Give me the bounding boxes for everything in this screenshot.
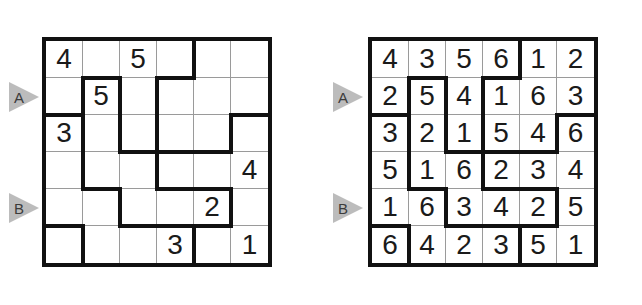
region-border	[44, 113, 85, 117]
solution-cell-r5c3: 3	[446, 189, 483, 226]
region-border	[481, 76, 485, 117]
solution-cell-r3c1: 3	[372, 115, 409, 152]
region-border	[444, 76, 448, 117]
region-border	[481, 150, 522, 154]
puzzle-cell-r2c4[interactable]	[157, 78, 194, 115]
row-marker-a-label: A	[333, 82, 353, 112]
puzzle-cell-r1c3: 5	[120, 41, 157, 78]
solution-cell-r4c3: 6	[446, 152, 483, 189]
row-marker-a-label: A	[9, 82, 29, 112]
region-border	[555, 113, 559, 154]
puzzle-cell-r1c1: 4	[46, 41, 83, 78]
region-border	[370, 224, 411, 228]
region-border	[407, 76, 448, 80]
region-border	[81, 150, 85, 191]
region-border	[444, 187, 448, 228]
solution-cell-r4c5: 3	[520, 152, 557, 189]
region-border	[192, 39, 196, 80]
puzzle-grid: 45534231	[42, 37, 272, 267]
solution-cell-r5c4: 4	[483, 189, 520, 226]
region-border	[192, 187, 233, 191]
solution-cell-r3c4: 5	[483, 115, 520, 152]
puzzle-cell-r1c2[interactable]	[83, 41, 120, 78]
region-border	[555, 113, 596, 117]
region-border	[118, 113, 122, 154]
solution-cell-r5c1: 1	[372, 189, 409, 226]
puzzle-cell-r3c3[interactable]	[120, 115, 157, 152]
puzzle-diagram: { "game": "jigsaw-sudoku-6x6-deficit-and…	[0, 0, 642, 305]
puzzle-cell-r6c5[interactable]	[194, 226, 231, 263]
region-border	[155, 150, 196, 154]
region-border	[407, 150, 411, 191]
solution-cell-r4c6: 4	[557, 152, 594, 189]
region-border	[155, 187, 196, 191]
row-marker-b-label: B	[9, 193, 29, 223]
region-border	[192, 224, 233, 228]
region-border	[192, 150, 233, 154]
solution-cell-r5c5: 2	[520, 189, 557, 226]
solution-grid: 435612254163321546516234163425642351	[368, 37, 598, 267]
solution-cell-r2c3: 4	[446, 78, 483, 115]
solution-cell-r3c3: 1	[446, 115, 483, 152]
puzzle-cell-r5c2[interactable]	[83, 189, 120, 226]
solution-cell-r6c3: 2	[446, 226, 483, 263]
puzzle-cell-r5c5: 2	[194, 189, 231, 226]
solution-cell-r3c6: 6	[557, 115, 594, 152]
solution-cell-r5c6: 5	[557, 189, 594, 226]
puzzle-cell-r3c4[interactable]	[157, 115, 194, 152]
puzzle-cell-r3c2[interactable]	[83, 115, 120, 152]
region-border	[155, 224, 196, 228]
puzzle-cell-r3c1: 3	[46, 115, 83, 152]
puzzle-cell-r6c1[interactable]	[46, 226, 83, 263]
puzzle-cell-r4c4[interactable]	[157, 152, 194, 189]
puzzle-cell-r5c6[interactable]	[231, 189, 268, 226]
solution-cell-r2c2: 5	[409, 78, 446, 115]
puzzle-cell-r3c5[interactable]	[194, 115, 231, 152]
region-border	[444, 150, 485, 154]
region-border	[118, 76, 122, 117]
solution-cell-r6c1: 6	[372, 226, 409, 263]
region-border	[118, 150, 159, 154]
region-border	[407, 187, 448, 191]
region-border	[481, 224, 522, 228]
region-border	[229, 113, 270, 117]
region-border	[155, 76, 159, 117]
region-border	[370, 113, 411, 117]
solution-cell-r1c5: 1	[520, 41, 557, 78]
region-border	[155, 113, 159, 154]
solution-cell-r3c5: 4	[520, 115, 557, 152]
solution-cell-r4c1: 5	[372, 152, 409, 189]
row-marker-b-right: B	[333, 193, 373, 223]
region-border	[81, 76, 122, 80]
puzzle-cell-r1c6[interactable]	[231, 41, 268, 78]
region-border	[81, 113, 85, 154]
puzzle-cell-r3c6[interactable]	[231, 115, 268, 152]
region-border	[407, 224, 411, 265]
region-border	[518, 150, 559, 154]
solution-cell-r6c2: 4	[409, 226, 446, 263]
puzzle-cell-r6c6: 1	[231, 226, 268, 263]
puzzle-cell-r5c4[interactable]	[157, 189, 194, 226]
region-border	[229, 187, 233, 228]
region-border	[229, 113, 233, 154]
region-border	[81, 224, 85, 265]
puzzle-cell-r2c3[interactable]	[120, 78, 157, 115]
puzzle-cell-r4c5[interactable]	[194, 152, 231, 189]
puzzle-cell-r6c3[interactable]	[120, 226, 157, 263]
region-border	[81, 76, 85, 117]
region-border	[118, 187, 122, 228]
region-border	[155, 76, 196, 80]
puzzle-cell-r2c5[interactable]	[194, 78, 231, 115]
solution-cell-r1c6: 2	[557, 41, 594, 78]
region-border	[481, 187, 522, 191]
region-border	[192, 224, 196, 265]
region-border	[518, 39, 522, 80]
region-border	[81, 187, 122, 191]
solution-cell-r6c6: 1	[557, 226, 594, 263]
solution-cell-r1c4: 6	[483, 41, 520, 78]
puzzle-cell-r6c2[interactable]	[83, 226, 120, 263]
puzzle-cell-r4c1[interactable]	[46, 152, 83, 189]
solution-cell-r4c4: 2	[483, 152, 520, 189]
solution-cell-r5c2: 6	[409, 189, 446, 226]
region-border	[155, 150, 159, 191]
row-marker-a-right: A	[333, 82, 373, 112]
row-marker-b-label: B	[333, 193, 353, 223]
region-border	[481, 113, 485, 154]
region-border	[481, 150, 485, 191]
puzzle-cell-r4c6: 4	[231, 152, 268, 189]
solution-cell-r1c1: 4	[372, 41, 409, 78]
puzzle-cell-r1c4[interactable]	[157, 41, 194, 78]
region-border	[481, 76, 522, 80]
puzzle-cell-r6c4: 3	[157, 226, 194, 263]
puzzle-cell-r1c5[interactable]	[194, 41, 231, 78]
region-border	[444, 224, 485, 228]
region-border	[518, 224, 522, 265]
solution-cell-r3c2: 2	[409, 115, 446, 152]
puzzle-cell-r4c3[interactable]	[120, 152, 157, 189]
region-border	[44, 224, 85, 228]
region-border	[407, 113, 411, 154]
region-border	[444, 113, 448, 154]
region-border	[407, 76, 411, 117]
solution-cell-r1c3: 5	[446, 41, 483, 78]
solution-cell-r4c2: 1	[409, 152, 446, 189]
region-border	[518, 187, 559, 191]
puzzle-cell-r2c1[interactable]	[46, 78, 83, 115]
solution-cell-r1c2: 3	[409, 41, 446, 78]
puzzle-cell-r2c6[interactable]	[231, 78, 268, 115]
puzzle-cell-r5c3[interactable]	[120, 189, 157, 226]
puzzle-cell-r4c2[interactable]	[83, 152, 120, 189]
puzzle-cell-r5c1[interactable]	[46, 189, 83, 226]
solution-cell-r6c5: 5	[520, 226, 557, 263]
solution-cell-r6c4: 3	[483, 226, 520, 263]
solution-cell-r2c6: 3	[557, 78, 594, 115]
region-border	[555, 187, 559, 228]
solution-cell-r2c4: 1	[483, 78, 520, 115]
solution-cell-r2c5: 6	[520, 78, 557, 115]
puzzle-cell-r2c2: 5	[83, 78, 120, 115]
solution-cell-r2c1: 2	[372, 78, 409, 115]
region-border	[518, 224, 559, 228]
region-border	[118, 224, 159, 228]
